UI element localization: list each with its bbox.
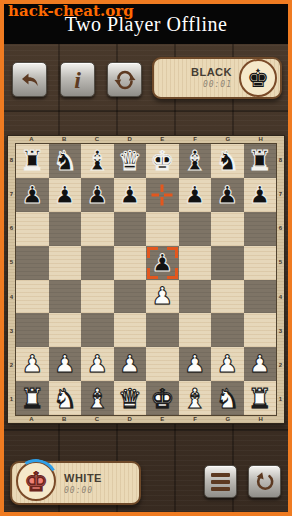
piece-black-pawn: ♟ [21, 183, 43, 207]
square-a3[interactable] [16, 313, 49, 347]
piece-white-pawn: ♟ [216, 352, 238, 376]
square-c1[interactable]: ♝ [81, 381, 114, 415]
file-label: B [48, 136, 81, 143]
square-g1[interactable]: ♞ [211, 381, 244, 415]
square-e6[interactable] [146, 212, 179, 246]
piece-white-bishop: ♝ [85, 385, 109, 412]
square-a2[interactable]: ♟ [16, 347, 49, 381]
piece-black-pawn: ♟ [54, 183, 76, 207]
white-player-card: ♚ WHITE 00:00 [10, 461, 141, 505]
file-label: C [81, 416, 114, 423]
active-turn-indicator [9, 454, 62, 507]
piece-black-pawn: ♟ [86, 183, 108, 207]
white-player-name: WHITE [64, 472, 102, 484]
piece-black-king: ♚ [150, 147, 174, 174]
file-label: H [244, 416, 277, 423]
square-e1[interactable]: ♚ [146, 381, 179, 415]
rank-label: 7 [277, 177, 284, 211]
piece-black-pawn: ♟ [216, 183, 238, 207]
square-f6[interactable] [179, 212, 212, 246]
square-d3[interactable] [114, 313, 147, 347]
info-icon: i [74, 68, 81, 92]
square-a6[interactable] [16, 212, 49, 246]
square-f8[interactable]: ♝ [179, 144, 212, 178]
file-label: E [146, 136, 179, 143]
piece-white-pawn: ♟ [21, 352, 43, 376]
file-label: A [15, 416, 48, 423]
square-f3[interactable] [179, 313, 212, 347]
square-e8[interactable]: ♚ [146, 144, 179, 178]
square-a1[interactable]: ♜ [16, 381, 49, 415]
flip-board-button[interactable] [107, 62, 142, 97]
square-g7[interactable]: ♟ [211, 178, 244, 212]
square-a8[interactable]: ♜ [16, 144, 49, 178]
rank-label: 6 [8, 211, 15, 245]
square-h8[interactable]: ♜ [244, 144, 277, 178]
square-h5[interactable] [244, 246, 277, 280]
back-button[interactable] [12, 62, 47, 97]
piece-white-pawn: ♟ [54, 352, 76, 376]
rank-label: 3 [8, 314, 15, 348]
square-d4[interactable] [114, 280, 147, 314]
square-c6[interactable] [81, 212, 114, 246]
piece-white-rook: ♜ [20, 385, 44, 412]
square-g5[interactable] [211, 246, 244, 280]
black-player-name: BLACK [191, 66, 232, 78]
square-f5[interactable] [179, 246, 212, 280]
file-label: F [179, 416, 212, 423]
square-g4[interactable] [211, 280, 244, 314]
file-label: E [146, 416, 179, 423]
square-b3[interactable] [49, 313, 82, 347]
rank-label: 8 [277, 143, 284, 177]
square-e5[interactable]: ♟ [146, 246, 179, 280]
white-player-avatar: ♚ [16, 461, 56, 501]
piece-black-pawn: ♟ [249, 183, 271, 207]
board-grid: ♜♞♝♛♚♝♞♜♟♟♟♟♟♟♟♟♟♟♟♟♟♟♟♟♜♞♝♛♚♝♞♜ [15, 143, 277, 416]
piece-white-knight: ♞ [53, 385, 77, 412]
watermark: hack-cheat.org [8, 2, 134, 20]
piece-black-rook: ♜ [248, 147, 272, 174]
square-g8[interactable]: ♞ [211, 144, 244, 178]
square-e3[interactable] [146, 313, 179, 347]
piece-white-queen: ♛ [118, 385, 142, 412]
square-d1[interactable]: ♛ [114, 381, 147, 415]
square-h4[interactable] [244, 280, 277, 314]
square-h1[interactable]: ♜ [244, 381, 277, 415]
square-h7[interactable]: ♟ [244, 178, 277, 212]
piece-black-bishop: ♝ [183, 147, 207, 174]
square-d8[interactable]: ♛ [114, 144, 147, 178]
square-b2[interactable]: ♟ [49, 347, 82, 381]
file-label: D [113, 416, 146, 423]
square-f1[interactable]: ♝ [179, 381, 212, 415]
square-b5[interactable] [49, 246, 82, 280]
white-player-clock: 00:00 [64, 486, 93, 495]
piece-white-rook: ♜ [248, 385, 272, 412]
square-h2[interactable]: ♟ [244, 347, 277, 381]
piece-black-pawn: ♟ [151, 251, 173, 275]
rank-label: 4 [8, 280, 15, 314]
piece-black-bishop: ♝ [85, 147, 109, 174]
piece-white-pawn: ♟ [151, 284, 173, 308]
square-f4[interactable] [179, 280, 212, 314]
square-g2[interactable]: ♟ [211, 347, 244, 381]
square-d5[interactable] [114, 246, 147, 280]
file-labels-top: ABCDEFGH [15, 136, 277, 143]
menu-icon [211, 473, 230, 491]
square-h3[interactable] [244, 313, 277, 347]
rank-label: 2 [8, 348, 15, 382]
info-button[interactable]: i [60, 62, 95, 97]
plank-seam [0, 110, 292, 112]
rank-labels-left: 87654321 [8, 143, 15, 416]
undo-button[interactable] [248, 465, 281, 498]
square-b8[interactable]: ♞ [49, 144, 82, 178]
piece-white-pawn: ♟ [184, 352, 206, 376]
square-f7[interactable]: ♟ [179, 178, 212, 212]
file-label: B [48, 416, 81, 423]
rank-label: 5 [277, 245, 284, 279]
square-g3[interactable] [211, 313, 244, 347]
square-b4[interactable] [49, 280, 82, 314]
piece-black-pawn: ♟ [119, 183, 141, 207]
square-c2[interactable]: ♟ [81, 347, 114, 381]
rank-label: 1 [8, 382, 15, 416]
square-a5[interactable] [16, 246, 49, 280]
rank-label: 3 [277, 314, 284, 348]
file-label: F [179, 136, 212, 143]
plank-seam [0, 429, 292, 431]
piece-white-pawn: ♟ [86, 352, 108, 376]
square-a7[interactable]: ♟ [16, 178, 49, 212]
square-b1[interactable]: ♞ [49, 381, 82, 415]
chess-board: ABCDEFGH ABCDEFGH 87654321 87654321 ♜♞♝♛… [7, 135, 285, 424]
flip-rotate-icon [114, 69, 136, 91]
rank-label: 8 [8, 143, 15, 177]
file-labels-bottom: ABCDEFGH [15, 416, 277, 423]
piece-white-bishop: ♝ [183, 385, 207, 412]
file-label: H [244, 136, 277, 143]
piece-white-knight: ♞ [215, 385, 239, 412]
square-c7[interactable]: ♟ [81, 178, 114, 212]
menu-button[interactable] [204, 465, 237, 498]
square-c3[interactable] [81, 313, 114, 347]
square-e4[interactable]: ♟ [146, 280, 179, 314]
rank-labels-right: 87654321 [277, 143, 284, 416]
black-player-avatar: ♚ [239, 59, 277, 97]
piece-white-pawn: ♟ [249, 352, 271, 376]
square-h6[interactable] [244, 212, 277, 246]
rank-label: 4 [277, 280, 284, 314]
last-move-destination-highlight [147, 247, 178, 279]
file-label: C [81, 136, 114, 143]
black-player-clock: 00:01 [203, 80, 232, 89]
square-e2[interactable] [146, 347, 179, 381]
rank-label: 2 [277, 348, 284, 382]
square-d2[interactable]: ♟ [114, 347, 147, 381]
square-f2[interactable]: ♟ [179, 347, 212, 381]
file-label: G [212, 136, 245, 143]
undo-icon [254, 471, 276, 493]
rank-label: 7 [8, 177, 15, 211]
piece-black-queen: ♛ [118, 147, 142, 174]
square-c8[interactable]: ♝ [81, 144, 114, 178]
piece-white-pawn: ♟ [119, 352, 141, 376]
file-label: G [212, 416, 245, 423]
back-arrow-icon [19, 70, 41, 90]
black-player-card: BLACK 00:01 ♚ [152, 57, 282, 99]
rank-label: 1 [277, 382, 284, 416]
rank-label: 5 [8, 245, 15, 279]
square-d7[interactable]: ♟ [114, 178, 147, 212]
piece-black-pawn: ♟ [184, 183, 206, 207]
square-e7[interactable] [146, 178, 179, 212]
square-b7[interactable]: ♟ [49, 178, 82, 212]
square-b6[interactable] [49, 212, 82, 246]
piece-black-knight: ♞ [53, 147, 77, 174]
black-king-icon: ♚ [247, 66, 269, 91]
square-c4[interactable] [81, 280, 114, 314]
square-g6[interactable] [211, 212, 244, 246]
piece-black-rook: ♜ [20, 147, 44, 174]
last-move-origin-marker [152, 184, 173, 205]
piece-white-king: ♚ [150, 385, 174, 412]
file-label: D [113, 136, 146, 143]
square-a4[interactable] [16, 280, 49, 314]
square-d6[interactable] [114, 212, 147, 246]
square-c5[interactable] [81, 246, 114, 280]
rank-label: 6 [277, 211, 284, 245]
file-label: A [15, 136, 48, 143]
piece-black-knight: ♞ [215, 147, 239, 174]
